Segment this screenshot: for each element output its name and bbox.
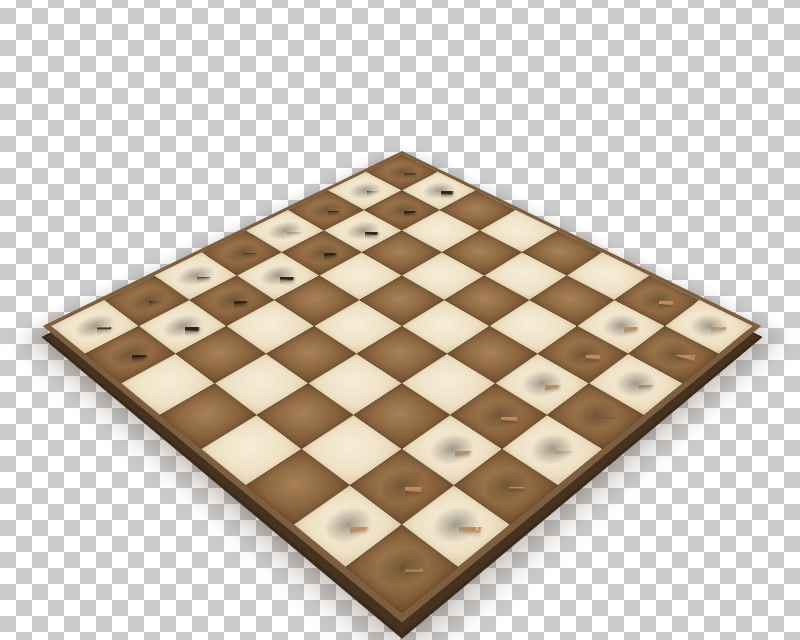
piece-dark-queen-d8: ♛ (202, 231, 282, 276)
square-g7 (364, 190, 440, 230)
dark-rook-glyph: ♜ (367, 140, 441, 181)
piece-dark-pawn-f7: ♟ (324, 210, 402, 252)
dark-bishop-glyph: ♝ (289, 169, 367, 219)
piece-shadow (259, 216, 312, 245)
board-wrap: ♜♞♝♛♚♝♞♜♟♟♟♟♟♟♟♟♟♟♟♟♟♟♟♟♜♞♝♛♚♝♞♜ (154, 78, 650, 574)
square-g6 (402, 210, 480, 252)
product-photo-scene: ♜♞♝♛♚♝♞♜♟♟♟♟♟♟♟♟♟♟♟♟♟♟♟♟♜♞♝♛♚♝♞♜ (0, 0, 800, 640)
square-f8 (288, 190, 364, 230)
square-e6 (320, 252, 402, 300)
piece-shadow (300, 197, 352, 224)
piece-shadow (340, 178, 390, 204)
piece-shadow (376, 197, 427, 224)
dark-pawn-glyph: ♟ (362, 177, 442, 222)
piece-shadow (414, 178, 464, 204)
piece-dark-rook-h8: ♜ (366, 154, 438, 190)
square-f4 (445, 275, 530, 326)
square-e8 (246, 210, 324, 252)
square-h8 (366, 154, 438, 190)
square-h5 (480, 210, 558, 252)
piece-shadow (295, 237, 350, 267)
square-e5 (359, 275, 444, 326)
piece-shadow (378, 160, 427, 184)
square-d7 (237, 252, 319, 300)
square-e7 (282, 231, 362, 276)
piece-shadow (214, 237, 269, 267)
piece-dark-bishop-f8: ♝ (288, 190, 364, 230)
piece-shadow (337, 216, 390, 245)
square-g5 (442, 231, 522, 276)
square-h6 (440, 190, 516, 230)
dark-queen-glyph: ♛ (202, 204, 284, 263)
square-d6 (274, 275, 359, 326)
square-f5 (402, 252, 484, 300)
dark-bishop-glyph: ♝ (155, 231, 240, 286)
piece-dark-knight-g8: ♞ (328, 172, 402, 210)
dark-knight-glyph: ♞ (317, 143, 403, 210)
dark-pawn-glyph: ♟ (325, 197, 408, 243)
dark-pawn-glyph: ♟ (280, 218, 365, 266)
piece-shadow (250, 260, 306, 292)
square-h4 (522, 231, 602, 276)
piece-dark-pawn-h7: ♟ (402, 172, 476, 210)
dark-king-glyph: ♚ (247, 182, 327, 241)
square-h7 (402, 172, 476, 210)
square-f6 (362, 231, 442, 276)
piece-dark-pawn-g7: ♟ (364, 190, 440, 230)
square-d8 (202, 231, 282, 276)
piece-dark-pawn-e7: ♟ (282, 231, 362, 276)
square-f7 (324, 210, 402, 252)
piece-dark-king-e8: ♚ (246, 210, 324, 252)
piece-dark-pawn-d7: ♟ (237, 252, 319, 300)
dark-pawn-glyph: ♟ (238, 240, 326, 289)
square-g4 (484, 252, 566, 300)
chess-board: ♜♞♝♛♚♝♞♜♟♟♟♟♟♟♟♟♟♟♟♟♟♟♟♟♜♞♝♛♚♝♞♜ (51, 154, 752, 613)
dark-pawn-glyph: ♟ (403, 158, 481, 202)
square-g8 (328, 172, 402, 210)
